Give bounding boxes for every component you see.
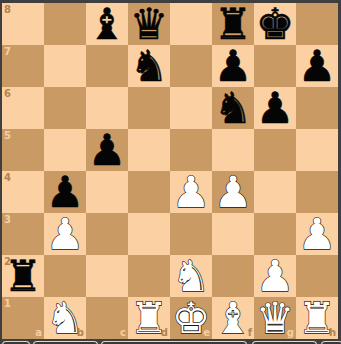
square-h7[interactable]: ♟ [296, 45, 338, 87]
square-b7[interactable] [44, 45, 86, 87]
square-a6[interactable]: 6 [2, 87, 44, 129]
square-h6[interactable] [296, 87, 338, 129]
file-label-c: c [120, 328, 126, 338]
square-d1[interactable]: d♜ [128, 297, 170, 339]
square-f6[interactable]: ♞ [212, 87, 254, 129]
square-c6[interactable] [86, 87, 128, 129]
square-g6[interactable]: ♟ [254, 87, 296, 129]
square-h8[interactable] [296, 3, 338, 45]
white-pawn-icon[interactable]: ♟ [212, 171, 254, 213]
white-bishop-icon[interactable]: ♝ [212, 297, 254, 339]
black-rook-icon[interactable]: ♜ [212, 3, 254, 45]
square-e3[interactable] [170, 213, 212, 255]
black-rook-icon[interactable]: ♜ [2, 255, 44, 297]
square-d2[interactable] [128, 255, 170, 297]
white-knight-icon[interactable]: ♞ [170, 255, 212, 297]
square-b6[interactable] [44, 87, 86, 129]
square-d6[interactable] [128, 87, 170, 129]
square-a3[interactable]: 3 [2, 213, 44, 255]
square-f2[interactable] [212, 255, 254, 297]
rank-label-7: 7 [4, 47, 11, 57]
white-rook-icon[interactable]: ♜ [296, 297, 338, 339]
square-e7[interactable] [170, 45, 212, 87]
square-g3[interactable] [254, 213, 296, 255]
square-b5[interactable] [44, 129, 86, 171]
square-g8[interactable]: ♚ [254, 3, 296, 45]
square-a1[interactable]: 1a [2, 297, 44, 339]
black-queen-icon[interactable]: ♛ [128, 3, 170, 45]
square-g5[interactable] [254, 129, 296, 171]
black-pawn-icon[interactable]: ♟ [86, 129, 128, 171]
square-h3[interactable]: ♟ [296, 213, 338, 255]
square-c5[interactable]: ♟ [86, 129, 128, 171]
square-h2[interactable] [296, 255, 338, 297]
square-f7[interactable]: ♟ [212, 45, 254, 87]
chess-app-screen: 8♝♛♜♚7♞♟♟6♞♟5♟4♟♟♟3♟♟2♜♞♟1ab♞cd♜e♚f♝g♛h♜ [0, 0, 341, 344]
square-c4[interactable] [86, 171, 128, 213]
square-g2[interactable]: ♟ [254, 255, 296, 297]
square-e4[interactable]: ♟ [170, 171, 212, 213]
square-f3[interactable] [212, 213, 254, 255]
square-a7[interactable]: 7 [2, 45, 44, 87]
black-pawn-icon[interactable]: ♟ [212, 45, 254, 87]
below-board-strip [0, 339, 341, 344]
square-e6[interactable] [170, 87, 212, 129]
black-pawn-icon[interactable]: ♟ [296, 45, 338, 87]
square-d3[interactable] [128, 213, 170, 255]
white-king-icon[interactable]: ♚ [170, 297, 212, 339]
white-pawn-icon[interactable]: ♟ [296, 213, 338, 255]
square-g7[interactable] [254, 45, 296, 87]
square-a5[interactable]: 5 [2, 129, 44, 171]
square-c8[interactable]: ♝ [86, 3, 128, 45]
square-h1[interactable]: h♜ [296, 297, 338, 339]
square-h5[interactable] [296, 129, 338, 171]
white-queen-icon[interactable]: ♛ [254, 297, 296, 339]
white-rook-icon[interactable]: ♜ [128, 297, 170, 339]
rank-label-1: 1 [4, 299, 11, 309]
square-d8[interactable]: ♛ [128, 3, 170, 45]
square-a2[interactable]: 2♜ [2, 255, 44, 297]
rank-label-5: 5 [4, 131, 11, 141]
square-g1[interactable]: g♛ [254, 297, 296, 339]
square-e1[interactable]: e♚ [170, 297, 212, 339]
square-f5[interactable] [212, 129, 254, 171]
square-f1[interactable]: f♝ [212, 297, 254, 339]
square-d4[interactable] [128, 171, 170, 213]
square-b3[interactable]: ♟ [44, 213, 86, 255]
white-knight-icon[interactable]: ♞ [44, 297, 86, 339]
square-b8[interactable] [44, 3, 86, 45]
square-c7[interactable] [86, 45, 128, 87]
square-d5[interactable] [128, 129, 170, 171]
chess-board: 8♝♛♜♚7♞♟♟6♞♟5♟4♟♟♟3♟♟2♜♞♟1ab♞cd♜e♚f♝g♛h♜ [2, 3, 338, 339]
square-g4[interactable] [254, 171, 296, 213]
white-pawn-icon[interactable]: ♟ [170, 171, 212, 213]
black-bishop-icon[interactable]: ♝ [86, 3, 128, 45]
square-a8[interactable]: 8 [2, 3, 44, 45]
black-pawn-icon[interactable]: ♟ [254, 87, 296, 129]
square-c3[interactable] [86, 213, 128, 255]
square-b2[interactable] [44, 255, 86, 297]
square-a4[interactable]: 4 [2, 171, 44, 213]
square-d7[interactable]: ♞ [128, 45, 170, 87]
square-c2[interactable] [86, 255, 128, 297]
black-knight-icon[interactable]: ♞ [128, 45, 170, 87]
rank-label-6: 6 [4, 89, 11, 99]
square-e8[interactable] [170, 3, 212, 45]
rank-label-4: 4 [4, 173, 11, 183]
black-pawn-icon[interactable]: ♟ [44, 171, 86, 213]
file-label-a: a [35, 328, 42, 338]
square-h4[interactable] [296, 171, 338, 213]
square-b4[interactable]: ♟ [44, 171, 86, 213]
square-f4[interactable]: ♟ [212, 171, 254, 213]
square-e2[interactable]: ♞ [170, 255, 212, 297]
white-pawn-icon[interactable]: ♟ [44, 213, 86, 255]
square-c1[interactable]: c [86, 297, 128, 339]
black-knight-icon[interactable]: ♞ [212, 87, 254, 129]
black-king-icon[interactable]: ♚ [254, 3, 296, 45]
square-b1[interactable]: b♞ [44, 297, 86, 339]
rank-label-3: 3 [4, 215, 11, 225]
white-pawn-icon[interactable]: ♟ [254, 255, 296, 297]
square-f8[interactable]: ♜ [212, 3, 254, 45]
rank-label-8: 8 [4, 5, 11, 15]
square-e5[interactable] [170, 129, 212, 171]
